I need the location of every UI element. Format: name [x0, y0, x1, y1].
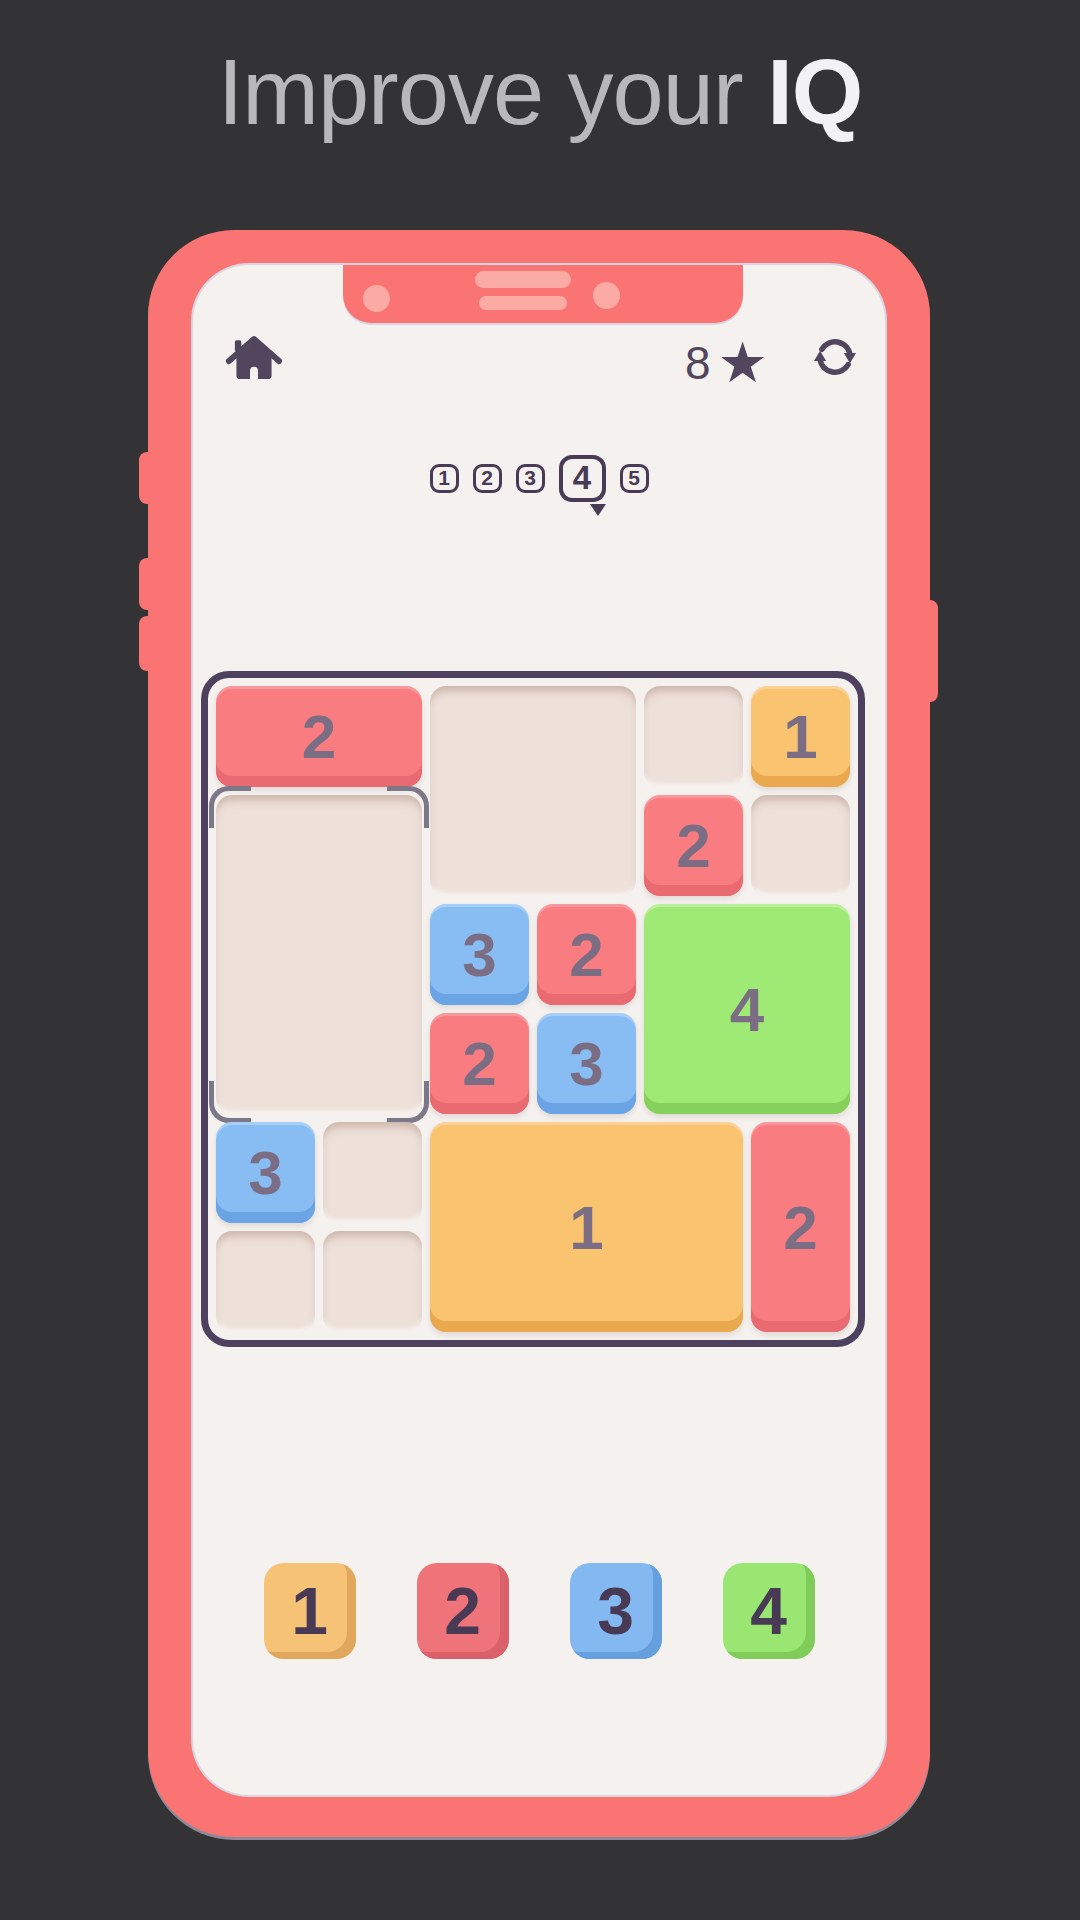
board-block-yellow-1-r1c6[interactable]: 1	[751, 686, 850, 787]
phone-volume-up-button	[139, 558, 155, 610]
board-block-yellow-1-r5c3[interactable]: 1	[430, 1122, 743, 1332]
tray-block-2[interactable]: 2	[417, 1563, 509, 1659]
selection-bracket-icon	[209, 1081, 251, 1123]
block-number: 2	[302, 701, 336, 772]
board-block-blue-3-r4c4[interactable]: 3	[537, 1013, 636, 1114]
board-block-blue-3-r3c3[interactable]: 3	[430, 904, 529, 1005]
refresh-icon	[807, 329, 863, 385]
restart-button[interactable]	[807, 329, 863, 385]
page-title: Improve your IQ	[0, 42, 1080, 143]
selection-bracket-icon	[387, 1081, 429, 1123]
level-3[interactable]: 3	[516, 464, 545, 493]
block-number: 2	[462, 1028, 496, 1099]
selection-bracket-icon	[387, 786, 429, 828]
tray-block-4[interactable]: 4	[723, 1563, 815, 1659]
selection-bracket-icon	[209, 786, 251, 828]
camera-dot-icon	[593, 282, 620, 309]
speaker-bar-icon	[479, 296, 567, 310]
board-hole-r6c1	[216, 1231, 315, 1332]
level-2[interactable]: 2	[473, 464, 502, 493]
game-board: 21232423312	[201, 671, 865, 1347]
phone-screen: 8 ★ 12345 21232423312 1234	[193, 265, 885, 1795]
star-icon: ★	[718, 335, 768, 391]
phone-mockup-frame: 8 ★ 12345 21232423312 1234	[148, 230, 930, 1837]
board-target-slot[interactable]	[216, 795, 422, 1114]
speaker-bar-icon	[475, 271, 571, 288]
board-block-blue-3-r5c1[interactable]: 3	[216, 1122, 315, 1223]
board-block-red-2-r1c1[interactable]: 2	[216, 686, 422, 787]
star-count: 8	[685, 336, 711, 390]
tray-block-number: 1	[291, 1573, 328, 1649]
block-number: 2	[569, 919, 603, 990]
block-number: 2	[676, 810, 710, 881]
phone-power-button	[922, 600, 938, 702]
phone-side-button	[139, 452, 155, 504]
block-number: 3	[569, 1028, 603, 1099]
board-block-red-2-r3c4[interactable]: 2	[537, 904, 636, 1005]
home-icon	[223, 329, 285, 391]
block-number: 1	[569, 1192, 603, 1263]
block-tray: 1234	[193, 1563, 885, 1659]
board-block-green-4-r3c5[interactable]: 4	[644, 904, 850, 1114]
block-number: 3	[248, 1137, 282, 1208]
level-5[interactable]: 5	[620, 464, 649, 493]
tray-block-number: 3	[597, 1573, 634, 1649]
home-button[interactable]	[223, 329, 285, 391]
screenshot-canvas: Improve your IQ 8 ★	[0, 0, 1080, 1920]
tray-block-number: 4	[750, 1573, 787, 1649]
phone-volume-down-button	[139, 616, 155, 671]
board-block-red-2-r2c5[interactable]: 2	[644, 795, 743, 896]
block-number: 4	[730, 974, 764, 1045]
level-selector: 12345	[193, 453, 885, 503]
level-4-selected[interactable]: 4	[559, 455, 606, 502]
star-score: 8 ★	[685, 335, 768, 391]
board-block-red-2-r4c3[interactable]: 2	[430, 1013, 529, 1114]
selected-level-pointer-icon	[590, 504, 606, 516]
block-number: 1	[783, 701, 817, 772]
board-block-red-2-r5c6[interactable]: 2	[751, 1122, 850, 1332]
board-hole-r5c2	[323, 1122, 422, 1223]
level-1[interactable]: 1	[430, 464, 459, 493]
tray-block-number: 2	[444, 1573, 481, 1649]
board-hole-r1c3	[430, 686, 636, 896]
block-number: 2	[783, 1192, 817, 1263]
board-hole-r2c6	[751, 795, 850, 896]
board-hole-r6c2	[323, 1231, 422, 1332]
title-highlight: IQ	[767, 41, 862, 143]
tray-block-1[interactable]: 1	[264, 1563, 356, 1659]
phone-notch	[343, 265, 743, 323]
tray-block-3[interactable]: 3	[570, 1563, 662, 1659]
board-hole-r1c5	[644, 686, 743, 787]
camera-dot-icon	[363, 285, 390, 312]
block-number: 3	[462, 919, 496, 990]
board-grid: 21232423312	[208, 678, 858, 1340]
title-prefix: Improve your	[218, 41, 767, 143]
